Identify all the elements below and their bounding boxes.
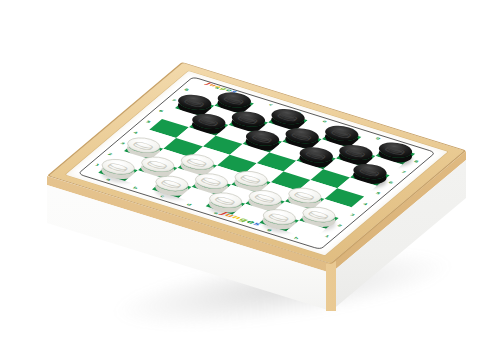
scene: aa88bb77cc66dd55ee44ff33gg22hh11 Junges …	[0, 0, 500, 359]
